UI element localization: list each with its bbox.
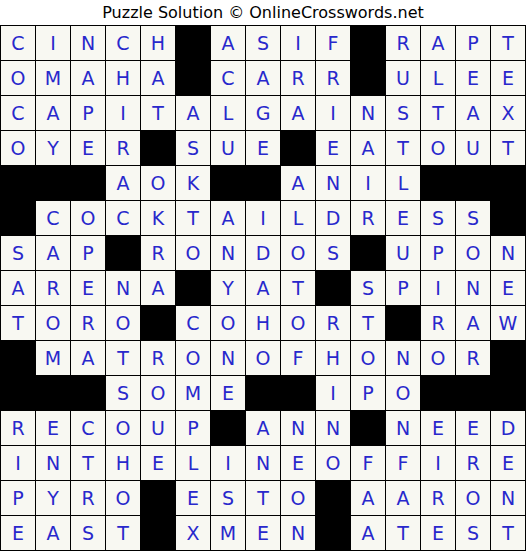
letter-cell-r7c2: A bbox=[36, 236, 70, 270]
block-cell-r12c7 bbox=[211, 411, 245, 445]
letter-cell-r7c1: S bbox=[1, 236, 35, 270]
letter-cell-r9c15: W bbox=[491, 306, 525, 340]
letter-cell-r13c2: N bbox=[36, 446, 70, 480]
letter-cell-r9c14: A bbox=[456, 306, 490, 340]
letter-cell-r2c12: U bbox=[386, 61, 420, 95]
letter-cell-r10c3: A bbox=[71, 341, 105, 375]
letter-cell-r3c11: N bbox=[351, 96, 385, 130]
letter-cell-r13c8: N bbox=[246, 446, 280, 480]
block-cell-r9c12 bbox=[386, 306, 420, 340]
letter-cell-r3c12: S bbox=[386, 96, 420, 130]
letter-cell-r12c5: U bbox=[141, 411, 175, 445]
letter-cell-r6c8: I bbox=[246, 201, 280, 235]
letter-cell-r10c14: R bbox=[456, 341, 490, 375]
letter-cell-r14c7: S bbox=[211, 481, 245, 515]
letter-cell-r11c4: S bbox=[106, 376, 140, 410]
letter-cell-r3c8: G bbox=[246, 96, 280, 130]
letter-cell-r4c4: R bbox=[106, 131, 140, 165]
letter-cell-r12c15: D bbox=[491, 411, 525, 445]
letter-cell-r8c4: N bbox=[106, 271, 140, 305]
letter-cell-r5c9: A bbox=[281, 166, 315, 200]
letter-cell-r5c4: A bbox=[106, 166, 140, 200]
letter-cell-r3c9: A bbox=[281, 96, 315, 130]
letter-cell-r4c7: U bbox=[211, 131, 245, 165]
letter-cell-r9c8: H bbox=[246, 306, 280, 340]
letter-cell-r9c13: R bbox=[421, 306, 455, 340]
letter-cell-r7c3: P bbox=[71, 236, 105, 270]
block-cell-r5c2 bbox=[36, 166, 70, 200]
letter-cell-r7c9: O bbox=[281, 236, 315, 270]
letter-cell-r2c5: A bbox=[141, 61, 175, 95]
letter-cell-r12c4: O bbox=[106, 411, 140, 445]
letter-cell-r1c7: A bbox=[211, 26, 245, 60]
letter-cell-r10c8: O bbox=[246, 341, 280, 375]
letter-cell-r3c10: I bbox=[316, 96, 350, 130]
letter-cell-r10c10: H bbox=[316, 341, 350, 375]
letter-cell-r8c3: E bbox=[71, 271, 105, 305]
block-cell-r15c5 bbox=[141, 516, 175, 550]
letter-cell-r2c14: E bbox=[456, 61, 490, 95]
letter-cell-r6c4: C bbox=[106, 201, 140, 235]
letter-cell-r6c3: O bbox=[71, 201, 105, 235]
letter-cell-r2c8: A bbox=[246, 61, 280, 95]
letter-cell-r13c12: F bbox=[386, 446, 420, 480]
letter-cell-r8c14: N bbox=[456, 271, 490, 305]
letter-cell-r14c13: R bbox=[421, 481, 455, 515]
letter-cell-r12c8: A bbox=[246, 411, 280, 445]
letter-cell-r4c3: E bbox=[71, 131, 105, 165]
letter-cell-r2c3: A bbox=[71, 61, 105, 95]
letter-cell-r14c14: O bbox=[456, 481, 490, 515]
crossword-solution-page: Puzzle Solution © OnlineCrosswords.net C… bbox=[0, 0, 526, 551]
letter-cell-r6c5: K bbox=[141, 201, 175, 235]
letter-cell-r8c1: A bbox=[1, 271, 35, 305]
letter-cell-r15c9: N bbox=[281, 516, 315, 550]
letter-cell-r15c12: T bbox=[386, 516, 420, 550]
letter-cell-r12c6: P bbox=[176, 411, 210, 445]
block-cell-r5c8 bbox=[246, 166, 280, 200]
letter-cell-r7c13: P bbox=[421, 236, 455, 270]
letter-cell-r12c2: E bbox=[36, 411, 70, 445]
letter-cell-r15c15: T bbox=[491, 516, 525, 550]
letter-cell-r1c13: A bbox=[421, 26, 455, 60]
block-cell-r5c13 bbox=[421, 166, 455, 200]
letter-cell-r10c2: M bbox=[36, 341, 70, 375]
letter-cell-r9c3: R bbox=[71, 306, 105, 340]
block-cell-r1c6 bbox=[176, 26, 210, 60]
letter-cell-r3c4: I bbox=[106, 96, 140, 130]
letter-cell-r12c3: C bbox=[71, 411, 105, 445]
letter-cell-r8c2: R bbox=[36, 271, 70, 305]
letter-cell-r3c6: A bbox=[176, 96, 210, 130]
letter-cell-r11c6: M bbox=[176, 376, 210, 410]
letter-cell-r5c11: I bbox=[351, 166, 385, 200]
letter-cell-r11c10: I bbox=[316, 376, 350, 410]
block-cell-r1c11 bbox=[351, 26, 385, 60]
letter-cell-r11c7: E bbox=[211, 376, 245, 410]
letter-cell-r6c13: S bbox=[421, 201, 455, 235]
letter-cell-r11c5: O bbox=[141, 376, 175, 410]
letter-cell-r10c9: F bbox=[281, 341, 315, 375]
letter-cell-r7c7: N bbox=[211, 236, 245, 270]
letter-cell-r5c12: L bbox=[386, 166, 420, 200]
letter-cell-r11c12: O bbox=[386, 376, 420, 410]
letter-cell-r6c2: C bbox=[36, 201, 70, 235]
letter-cell-r7c5: R bbox=[141, 236, 175, 270]
letter-cell-r3c1: C bbox=[1, 96, 35, 130]
block-cell-r10c15 bbox=[491, 341, 525, 375]
letter-cell-r5c5: O bbox=[141, 166, 175, 200]
page-title: Puzzle Solution © OnlineCrosswords.net bbox=[0, 0, 526, 25]
letter-cell-r1c14: P bbox=[456, 26, 490, 60]
letter-cell-r13c11: F bbox=[351, 446, 385, 480]
letter-cell-r15c11: A bbox=[351, 516, 385, 550]
letter-cell-r7c14: O bbox=[456, 236, 490, 270]
block-cell-r5c3 bbox=[71, 166, 105, 200]
block-cell-r5c14 bbox=[456, 166, 490, 200]
block-cell-r14c10 bbox=[316, 481, 350, 515]
letter-cell-r14c6: E bbox=[176, 481, 210, 515]
letter-cell-r10c4: T bbox=[106, 341, 140, 375]
letter-cell-r15c14: S bbox=[456, 516, 490, 550]
letter-cell-r2c1: O bbox=[1, 61, 35, 95]
letter-cell-r13c10: O bbox=[316, 446, 350, 480]
letter-cell-r2c7: C bbox=[211, 61, 245, 95]
block-cell-r12c11 bbox=[351, 411, 385, 445]
letter-cell-r6c9: L bbox=[281, 201, 315, 235]
letter-cell-r13c4: H bbox=[106, 446, 140, 480]
letter-cell-r1c4: C bbox=[106, 26, 140, 60]
block-cell-r6c15 bbox=[491, 201, 525, 235]
letter-cell-r5c10: N bbox=[316, 166, 350, 200]
letter-cell-r3c14: A bbox=[456, 96, 490, 130]
letter-cell-r4c10: E bbox=[316, 131, 350, 165]
letter-cell-r1c9: I bbox=[281, 26, 315, 60]
block-cell-r5c7 bbox=[211, 166, 245, 200]
letter-cell-r13c6: L bbox=[176, 446, 210, 480]
block-cell-r5c1 bbox=[1, 166, 35, 200]
letter-cell-r13c14: R bbox=[456, 446, 490, 480]
block-cell-r2c11 bbox=[351, 61, 385, 95]
block-cell-r9c5 bbox=[141, 306, 175, 340]
letter-cell-r6c11: R bbox=[351, 201, 385, 235]
letter-cell-r13c3: T bbox=[71, 446, 105, 480]
block-cell-r5c15 bbox=[491, 166, 525, 200]
letter-cell-r6c10: D bbox=[316, 201, 350, 235]
letter-cell-r1c3: N bbox=[71, 26, 105, 60]
letter-cell-r14c15: N bbox=[491, 481, 525, 515]
letter-cell-r13c15: E bbox=[491, 446, 525, 480]
letter-cell-r3c5: T bbox=[141, 96, 175, 130]
letter-cell-r1c2: I bbox=[36, 26, 70, 60]
letter-cell-r1c12: R bbox=[386, 26, 420, 60]
block-cell-r11c9 bbox=[281, 376, 315, 410]
letter-cell-r4c2: Y bbox=[36, 131, 70, 165]
block-cell-r7c4 bbox=[106, 236, 140, 270]
letter-cell-r10c5: R bbox=[141, 341, 175, 375]
letter-cell-r3c3: P bbox=[71, 96, 105, 130]
letter-cell-r2c10: R bbox=[316, 61, 350, 95]
letter-cell-r8c8: A bbox=[246, 271, 280, 305]
block-cell-r11c15 bbox=[491, 376, 525, 410]
letter-cell-r8c11: S bbox=[351, 271, 385, 305]
letter-cell-r2c15: E bbox=[491, 61, 525, 95]
letter-cell-r1c10: F bbox=[316, 26, 350, 60]
block-cell-r15c10 bbox=[316, 516, 350, 550]
block-cell-r11c8 bbox=[246, 376, 280, 410]
letter-cell-r1c5: H bbox=[141, 26, 175, 60]
letter-cell-r9c11: T bbox=[351, 306, 385, 340]
letter-cell-r6c12: E bbox=[386, 201, 420, 235]
letter-cell-r9c7: O bbox=[211, 306, 245, 340]
letter-cell-r15c2: A bbox=[36, 516, 70, 550]
letter-cell-r10c13: O bbox=[421, 341, 455, 375]
letter-cell-r3c15: X bbox=[491, 96, 525, 130]
letter-cell-r1c15: T bbox=[491, 26, 525, 60]
letter-cell-r15c4: T bbox=[106, 516, 140, 550]
letter-cell-r9c1: T bbox=[1, 306, 35, 340]
letter-cell-r13c9: E bbox=[281, 446, 315, 480]
letter-cell-r12c13: E bbox=[421, 411, 455, 445]
block-cell-r4c5 bbox=[141, 131, 175, 165]
letter-cell-r13c13: I bbox=[421, 446, 455, 480]
letter-cell-r7c8: D bbox=[246, 236, 280, 270]
letter-cell-r5c6: K bbox=[176, 166, 210, 200]
letter-cell-r10c12: N bbox=[386, 341, 420, 375]
block-cell-r8c6 bbox=[176, 271, 210, 305]
letter-cell-r9c10: R bbox=[316, 306, 350, 340]
block-cell-r7c11 bbox=[351, 236, 385, 270]
letter-cell-r12c1: R bbox=[1, 411, 35, 445]
letter-cell-r3c2: A bbox=[36, 96, 70, 130]
letter-cell-r1c8: S bbox=[246, 26, 280, 60]
letter-cell-r2c13: L bbox=[421, 61, 455, 95]
letter-cell-r4c11: A bbox=[351, 131, 385, 165]
letter-cell-r8c9: T bbox=[281, 271, 315, 305]
block-cell-r8c10 bbox=[316, 271, 350, 305]
block-cell-r11c2 bbox=[36, 376, 70, 410]
letter-cell-r13c5: E bbox=[141, 446, 175, 480]
letter-cell-r15c8: E bbox=[246, 516, 280, 550]
letter-cell-r7c6: O bbox=[176, 236, 210, 270]
letter-cell-r6c14: S bbox=[456, 201, 490, 235]
letter-cell-r9c4: O bbox=[106, 306, 140, 340]
block-cell-r10c1 bbox=[1, 341, 35, 375]
letter-cell-r14c9: O bbox=[281, 481, 315, 515]
block-cell-r11c13 bbox=[421, 376, 455, 410]
letter-cell-r1c1: C bbox=[1, 26, 35, 60]
letter-cell-r8c7: Y bbox=[211, 271, 245, 305]
block-cell-r4c9 bbox=[281, 131, 315, 165]
letter-cell-r12c12: N bbox=[386, 411, 420, 445]
letter-cell-r4c12: T bbox=[386, 131, 420, 165]
letter-cell-r11c11: P bbox=[351, 376, 385, 410]
letter-cell-r9c6: C bbox=[176, 306, 210, 340]
crossword-board: CINCHASIFRAPTOMAHACARRULEECAPITALGAINSTA… bbox=[0, 25, 526, 551]
letter-cell-r12c10: N bbox=[316, 411, 350, 445]
letter-cell-r8c13: I bbox=[421, 271, 455, 305]
block-cell-r6c1 bbox=[1, 201, 35, 235]
letter-cell-r9c9: O bbox=[281, 306, 315, 340]
letter-cell-r4c13: O bbox=[421, 131, 455, 165]
letter-cell-r10c7: N bbox=[211, 341, 245, 375]
letter-cell-r8c12: P bbox=[386, 271, 420, 305]
letter-cell-r6c7: A bbox=[211, 201, 245, 235]
letter-cell-r4c15: T bbox=[491, 131, 525, 165]
letter-cell-r7c12: U bbox=[386, 236, 420, 270]
letter-cell-r4c1: O bbox=[1, 131, 35, 165]
letter-cell-r3c13: T bbox=[421, 96, 455, 130]
letter-cell-r15c6: X bbox=[176, 516, 210, 550]
letter-cell-r12c14: E bbox=[456, 411, 490, 445]
letter-cell-r2c4: H bbox=[106, 61, 140, 95]
letter-cell-r14c4: O bbox=[106, 481, 140, 515]
letter-cell-r7c10: S bbox=[316, 236, 350, 270]
letter-cell-r4c8: E bbox=[246, 131, 280, 165]
block-cell-r11c3 bbox=[71, 376, 105, 410]
letter-cell-r7c15: N bbox=[491, 236, 525, 270]
letter-cell-r2c9: R bbox=[281, 61, 315, 95]
letter-cell-r3c7: L bbox=[211, 96, 245, 130]
letter-cell-r13c1: I bbox=[1, 446, 35, 480]
letter-cell-r8c5: A bbox=[141, 271, 175, 305]
letter-cell-r12c9: N bbox=[281, 411, 315, 445]
letter-cell-r8c15: E bbox=[491, 271, 525, 305]
block-cell-r11c14 bbox=[456, 376, 490, 410]
letter-cell-r14c1: P bbox=[1, 481, 35, 515]
letter-cell-r15c1: E bbox=[1, 516, 35, 550]
letter-cell-r15c7: M bbox=[211, 516, 245, 550]
letter-cell-r14c8: T bbox=[246, 481, 280, 515]
block-cell-r2c6 bbox=[176, 61, 210, 95]
block-cell-r11c1 bbox=[1, 376, 35, 410]
letter-cell-r14c11: A bbox=[351, 481, 385, 515]
letter-cell-r6c6: T bbox=[176, 201, 210, 235]
letter-cell-r13c7: I bbox=[211, 446, 245, 480]
letter-cell-r10c11: O bbox=[351, 341, 385, 375]
letter-cell-r14c2: Y bbox=[36, 481, 70, 515]
letter-cell-r9c2: O bbox=[36, 306, 70, 340]
letter-cell-r15c3: S bbox=[71, 516, 105, 550]
letter-cell-r10c6: O bbox=[176, 341, 210, 375]
letter-cell-r15c13: E bbox=[421, 516, 455, 550]
block-cell-r14c5 bbox=[141, 481, 175, 515]
letter-cell-r4c14: U bbox=[456, 131, 490, 165]
letter-cell-r14c3: R bbox=[71, 481, 105, 515]
letter-cell-r4c6: S bbox=[176, 131, 210, 165]
letter-cell-r14c12: A bbox=[386, 481, 420, 515]
letter-cell-r2c2: M bbox=[36, 61, 70, 95]
